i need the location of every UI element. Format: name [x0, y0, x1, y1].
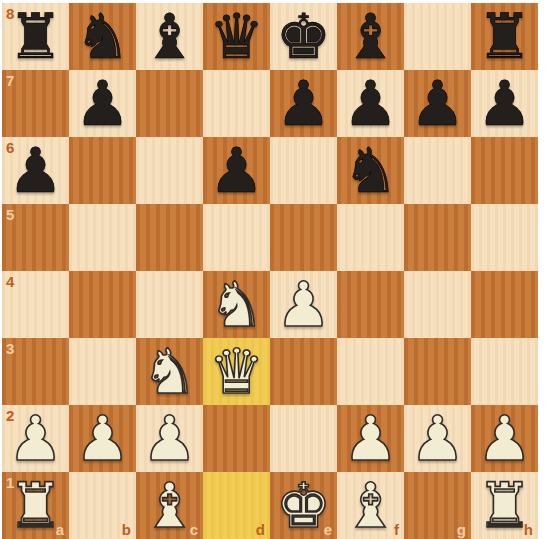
square-g5[interactable]	[404, 204, 471, 271]
piece-black-knight[interactable]: ♞	[75, 3, 131, 70]
square-b7[interactable]: ♟	[69, 70, 136, 137]
square-c3[interactable]: ♞	[136, 338, 203, 405]
piece-white-bishop[interactable]: ♝	[142, 472, 198, 539]
square-h8[interactable]: ♜	[471, 3, 538, 70]
piece-black-pawn[interactable]: ♟	[477, 70, 533, 137]
square-e8[interactable]: ♚	[270, 3, 337, 70]
square-c6[interactable]	[136, 137, 203, 204]
square-a8[interactable]: 8♜	[2, 3, 69, 70]
square-g3[interactable]	[404, 338, 471, 405]
rank-label-3: 3	[6, 341, 14, 356]
square-f8[interactable]: ♝	[337, 3, 404, 70]
chess-board: 8♜♞♝♛♚♝♜7♟♟♟♟♟6♟♟♞54♞♟3♞♛2♟♟♟♟♟♟1a♜bc♝de…	[2, 3, 538, 539]
piece-black-rook[interactable]: ♜	[477, 3, 533, 70]
square-b6[interactable]	[69, 137, 136, 204]
square-c7[interactable]	[136, 70, 203, 137]
piece-white-rook[interactable]: ♜	[8, 472, 64, 539]
square-d2[interactable]	[203, 405, 270, 472]
square-g6[interactable]	[404, 137, 471, 204]
square-d1[interactable]: d	[203, 472, 270, 539]
square-e5[interactable]	[270, 204, 337, 271]
file-label-b: b	[122, 522, 131, 537]
square-f1[interactable]: f♝	[337, 472, 404, 539]
square-g7[interactable]: ♟	[404, 70, 471, 137]
piece-black-rook[interactable]: ♜	[8, 3, 64, 70]
rank-label-4: 4	[6, 274, 14, 289]
piece-black-pawn[interactable]: ♟	[75, 70, 131, 137]
piece-white-bishop[interactable]: ♝	[343, 472, 399, 539]
square-e1[interactable]: e♚	[270, 472, 337, 539]
square-d6[interactable]: ♟	[203, 137, 270, 204]
piece-black-pawn[interactable]: ♟	[343, 70, 399, 137]
square-f7[interactable]: ♟	[337, 70, 404, 137]
square-h1[interactable]: h♜	[471, 472, 538, 539]
square-a5[interactable]: 5	[2, 204, 69, 271]
square-c5[interactable]	[136, 204, 203, 271]
file-label-d: d	[256, 522, 265, 537]
piece-white-knight[interactable]: ♞	[209, 271, 265, 338]
piece-white-king[interactable]: ♚	[276, 472, 332, 539]
square-d8[interactable]: ♛	[203, 3, 270, 70]
square-e7[interactable]: ♟	[270, 70, 337, 137]
square-a6[interactable]: 6♟	[2, 137, 69, 204]
square-b4[interactable]	[69, 271, 136, 338]
square-e6[interactable]	[270, 137, 337, 204]
square-d4[interactable]: ♞	[203, 271, 270, 338]
piece-black-pawn[interactable]: ♟	[209, 137, 265, 204]
piece-black-pawn[interactable]: ♟	[8, 137, 64, 204]
piece-black-queen[interactable]: ♛	[209, 3, 265, 70]
square-c2[interactable]: ♟	[136, 405, 203, 472]
square-c8[interactable]: ♝	[136, 3, 203, 70]
square-a2[interactable]: 2♟	[2, 405, 69, 472]
square-e2[interactable]	[270, 405, 337, 472]
square-g4[interactable]	[404, 271, 471, 338]
rank-label-5: 5	[6, 207, 14, 222]
piece-black-bishop[interactable]: ♝	[343, 3, 399, 70]
piece-white-queen[interactable]: ♛	[209, 338, 265, 405]
square-a4[interactable]: 4	[2, 271, 69, 338]
square-h6[interactable]	[471, 137, 538, 204]
square-a3[interactable]: 3	[2, 338, 69, 405]
square-g8[interactable]	[404, 3, 471, 70]
square-f3[interactable]	[337, 338, 404, 405]
square-h3[interactable]	[471, 338, 538, 405]
piece-white-knight[interactable]: ♞	[142, 338, 198, 405]
piece-white-pawn[interactable]: ♟	[276, 271, 332, 338]
square-h5[interactable]	[471, 204, 538, 271]
square-b5[interactable]	[69, 204, 136, 271]
square-f4[interactable]	[337, 271, 404, 338]
square-f2[interactable]: ♟	[337, 405, 404, 472]
square-c1[interactable]: c♝	[136, 472, 203, 539]
square-b1[interactable]: b	[69, 472, 136, 539]
square-b8[interactable]: ♞	[69, 3, 136, 70]
square-f5[interactable]	[337, 204, 404, 271]
piece-white-pawn[interactable]: ♟	[477, 405, 533, 472]
piece-white-pawn[interactable]: ♟	[8, 405, 64, 472]
piece-white-pawn[interactable]: ♟	[75, 405, 131, 472]
piece-black-pawn[interactable]: ♟	[276, 70, 332, 137]
square-h2[interactable]: ♟	[471, 405, 538, 472]
square-h4[interactable]	[471, 271, 538, 338]
square-f6[interactable]: ♞	[337, 137, 404, 204]
square-e3[interactable]	[270, 338, 337, 405]
square-d7[interactable]	[203, 70, 270, 137]
square-a1[interactable]: 1a♜	[2, 472, 69, 539]
square-d3[interactable]: ♛	[203, 338, 270, 405]
square-b3[interactable]	[69, 338, 136, 405]
piece-white-pawn[interactable]: ♟	[343, 405, 399, 472]
square-b2[interactable]: ♟	[69, 405, 136, 472]
piece-white-pawn[interactable]: ♟	[410, 405, 466, 472]
piece-black-king[interactable]: ♚	[276, 3, 332, 70]
square-e4[interactable]: ♟	[270, 271, 337, 338]
piece-black-knight[interactable]: ♞	[343, 137, 399, 204]
piece-white-rook[interactable]: ♜	[477, 472, 533, 539]
piece-black-pawn[interactable]: ♟	[410, 70, 466, 137]
rank-label-7: 7	[6, 73, 14, 88]
file-label-g: g	[457, 522, 466, 537]
square-a7[interactable]: 7	[2, 70, 69, 137]
square-g2[interactable]: ♟	[404, 405, 471, 472]
square-d5[interactable]	[203, 204, 270, 271]
square-h7[interactable]: ♟	[471, 70, 538, 137]
square-g1[interactable]: g	[404, 472, 471, 539]
square-c4[interactable]	[136, 271, 203, 338]
piece-white-pawn[interactable]: ♟	[142, 405, 198, 472]
piece-black-bishop[interactable]: ♝	[142, 3, 198, 70]
